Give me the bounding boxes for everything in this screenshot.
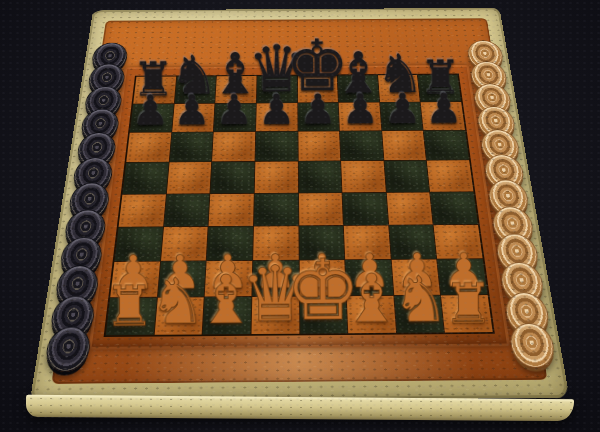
- square-h1[interactable]: ♜: [441, 295, 492, 332]
- square-f1[interactable]: ♝: [347, 296, 396, 333]
- square-e6[interactable]: [298, 132, 340, 162]
- board-scene: ♜♞♝♛♚♝♞♜♟♟♟♟♟♟♟♟♟♟♟♟♟♟♟♟♜♞♝♛♚♝♞♜: [0, 0, 600, 432]
- white-rook[interactable]: ♜: [444, 276, 494, 332]
- square-c5[interactable]: [211, 162, 255, 193]
- stone-board-slab: ♜♞♝♛♚♝♞♜♟♟♟♟♟♟♟♟♟♟♟♟♟♟♟♟♜♞♝♛♚♝♞♜: [30, 8, 570, 402]
- square-h6[interactable]: [424, 131, 469, 160]
- square-f4[interactable]: [343, 192, 388, 224]
- square-b5[interactable]: [167, 162, 212, 193]
- black-pawn[interactable]: ♟: [258, 89, 295, 131]
- square-g5[interactable]: [384, 161, 429, 192]
- square-c7[interactable]: ♟: [214, 103, 256, 131]
- white-rook[interactable]: ♜: [104, 278, 154, 334]
- black-pawn[interactable]: ♟: [174, 90, 212, 132]
- square-b4[interactable]: [164, 194, 210, 226]
- square-c6[interactable]: [212, 132, 255, 162]
- photo-background: ♜♞♝♛♚♝♞♜♟♟♟♟♟♟♟♟♟♟♟♟♟♟♟♟♜♞♝♛♚♝♞♜: [0, 0, 600, 432]
- black-pawn[interactable]: ♟: [342, 88, 379, 130]
- square-b6[interactable]: [169, 132, 213, 162]
- square-g6[interactable]: [382, 131, 426, 160]
- square-b7[interactable]: ♟: [172, 104, 215, 132]
- square-e1[interactable]: ♚: [300, 296, 348, 334]
- square-d6[interactable]: [255, 132, 297, 162]
- black-pawn[interactable]: ♟: [132, 90, 170, 132]
- square-e7[interactable]: ♟: [298, 103, 339, 131]
- square-g7[interactable]: ♟: [380, 102, 423, 130]
- black-pawn[interactable]: ♟: [216, 89, 254, 131]
- square-g1[interactable]: ♞: [394, 295, 444, 332]
- black-checker-disc[interactable]: [43, 327, 92, 372]
- white-knight[interactable]: ♞: [392, 268, 449, 332]
- black-pawn[interactable]: ♟: [384, 88, 421, 130]
- square-f7[interactable]: ♟: [339, 103, 381, 131]
- board-front-edge: [26, 395, 574, 421]
- square-d5[interactable]: [255, 162, 298, 193]
- white-checker-disc[interactable]: [508, 323, 558, 368]
- square-h7[interactable]: ♟: [421, 102, 465, 130]
- square-d7[interactable]: ♟: [256, 103, 297, 131]
- black-pawn[interactable]: ♟: [300, 89, 337, 131]
- black-pawn[interactable]: ♟: [425, 88, 462, 130]
- square-a7[interactable]: ♟: [130, 104, 174, 132]
